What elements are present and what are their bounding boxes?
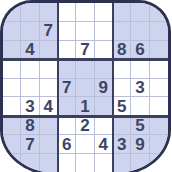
cell-r9c3[interactable] bbox=[40, 154, 58, 172]
cell-r3c4[interactable] bbox=[58, 41, 76, 60]
cell-r1c9[interactable] bbox=[150, 3, 168, 22]
cell-r5c2[interactable] bbox=[21, 79, 39, 98]
cell-r3c3[interactable] bbox=[40, 41, 58, 60]
cell-r7c8-given-5[interactable]: 5 bbox=[131, 116, 149, 135]
cell-r8c5[interactable] bbox=[76, 135, 94, 154]
cell-r6c3-given-4[interactable]: 4 bbox=[40, 97, 58, 116]
cell-r9c7[interactable] bbox=[113, 154, 131, 172]
cell-r8c4-given-6[interactable]: 6 bbox=[58, 135, 76, 154]
cell-r8c2-given-7[interactable]: 7 bbox=[21, 135, 39, 154]
cell-r7c6[interactable] bbox=[95, 116, 113, 135]
cell-r8c3[interactable] bbox=[40, 135, 58, 154]
cell-r9c8[interactable] bbox=[131, 154, 149, 172]
cell-r3c9[interactable] bbox=[150, 41, 168, 60]
cell-r3c6[interactable] bbox=[95, 41, 113, 60]
cell-r4c4[interactable] bbox=[58, 60, 76, 79]
cell-r7c9[interactable] bbox=[150, 116, 168, 135]
cell-r2c1[interactable] bbox=[3, 22, 21, 41]
cell-r9c1[interactable] bbox=[3, 154, 21, 172]
cell-r5c1[interactable] bbox=[3, 79, 21, 98]
cell-r4c9[interactable] bbox=[150, 60, 168, 79]
cell-r4c5[interactable] bbox=[76, 60, 94, 79]
cell-r1c4[interactable] bbox=[58, 3, 76, 22]
cell-r7c2-given-8[interactable]: 8 bbox=[21, 116, 39, 135]
cell-r5c8-given-3[interactable]: 3 bbox=[131, 79, 149, 98]
cell-r2c5[interactable] bbox=[76, 22, 94, 41]
cell-r6c1[interactable] bbox=[3, 97, 21, 116]
sudoku-board: 74786793341582576439 bbox=[0, 0, 171, 172]
cell-r1c6[interactable] bbox=[95, 3, 113, 22]
cell-r2c3-given-7[interactable]: 7 bbox=[40, 22, 58, 41]
cell-r8c8-given-9[interactable]: 9 bbox=[131, 135, 149, 154]
cell-r5c6-given-9[interactable]: 9 bbox=[95, 79, 113, 98]
cell-r9c5[interactable] bbox=[76, 154, 94, 172]
cell-r4c2[interactable] bbox=[21, 60, 39, 79]
cell-r9c2[interactable] bbox=[21, 154, 39, 172]
cell-r2c4[interactable] bbox=[58, 22, 76, 41]
cell-r4c6[interactable] bbox=[95, 60, 113, 79]
cell-r3c5-given-7[interactable]: 7 bbox=[76, 41, 94, 60]
cell-r9c4[interactable] bbox=[58, 154, 76, 172]
cell-r7c7[interactable] bbox=[113, 116, 131, 135]
cell-r8c1[interactable] bbox=[3, 135, 21, 154]
sudoku-grid: 74786793341582576439 bbox=[3, 3, 168, 172]
cell-r4c1[interactable] bbox=[3, 60, 21, 79]
cell-r5c3[interactable] bbox=[40, 79, 58, 98]
box-divider-vertical-left bbox=[57, 3, 60, 172]
cell-r9c6[interactable] bbox=[95, 154, 113, 172]
cell-r6c9[interactable] bbox=[150, 97, 168, 116]
cell-r6c6[interactable] bbox=[95, 97, 113, 116]
cell-r1c1[interactable] bbox=[3, 3, 21, 22]
cell-r7c5-given-2[interactable]: 2 bbox=[76, 116, 94, 135]
cell-r1c5[interactable] bbox=[76, 3, 94, 22]
cell-r1c3[interactable] bbox=[40, 3, 58, 22]
cell-r5c5[interactable] bbox=[76, 79, 94, 98]
cell-r5c7[interactable] bbox=[113, 79, 131, 98]
cell-r3c7-given-8[interactable]: 8 bbox=[113, 41, 131, 60]
cell-r1c8[interactable] bbox=[131, 3, 149, 22]
cell-r7c1[interactable] bbox=[3, 116, 21, 135]
cell-r1c2[interactable] bbox=[21, 3, 39, 22]
cell-r7c4[interactable] bbox=[58, 116, 76, 135]
cell-r1c7[interactable] bbox=[113, 3, 131, 22]
cell-r2c2[interactable] bbox=[21, 22, 39, 41]
cell-r3c2-given-4[interactable]: 4 bbox=[21, 41, 39, 60]
cell-r6c5-given-1[interactable]: 1 bbox=[76, 97, 94, 116]
cell-r3c8-given-6[interactable]: 6 bbox=[131, 41, 149, 60]
cell-r2c8[interactable] bbox=[131, 22, 149, 41]
cell-r7c3[interactable] bbox=[40, 116, 58, 135]
cell-r4c3[interactable] bbox=[40, 60, 58, 79]
cell-r5c9[interactable] bbox=[150, 79, 168, 98]
cell-r3c1[interactable] bbox=[3, 41, 21, 60]
cell-r5c4-given-7[interactable]: 7 bbox=[58, 79, 76, 98]
box-divider-horizontal-top bbox=[3, 58, 168, 61]
cell-r6c2-given-3[interactable]: 3 bbox=[21, 97, 39, 116]
cell-r6c4[interactable] bbox=[58, 97, 76, 116]
cell-r2c7[interactable] bbox=[113, 22, 131, 41]
sudoku-app-icon: 74786793341582576439 bbox=[0, 0, 172, 172]
cell-r9c9[interactable] bbox=[150, 154, 168, 172]
cell-r4c8[interactable] bbox=[131, 60, 149, 79]
box-divider-vertical-right bbox=[112, 3, 115, 172]
cell-r4c7[interactable] bbox=[113, 60, 131, 79]
cell-r8c6-given-4[interactable]: 4 bbox=[95, 135, 113, 154]
box-divider-horizontal-bottom bbox=[3, 115, 168, 118]
cell-r6c7-given-5[interactable]: 5 bbox=[113, 97, 131, 116]
cell-r2c9[interactable] bbox=[150, 22, 168, 41]
cell-r8c9[interactable] bbox=[150, 135, 168, 154]
cell-r6c8[interactable] bbox=[131, 97, 149, 116]
cell-r2c6[interactable] bbox=[95, 22, 113, 41]
cell-r8c7-given-3[interactable]: 3 bbox=[113, 135, 131, 154]
